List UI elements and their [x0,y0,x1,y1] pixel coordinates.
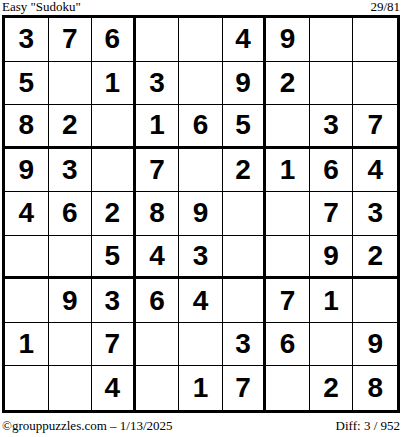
cell-r7c1[interactable] [5,279,49,323]
cell-r5c1[interactable]: 4 [5,192,49,236]
cell-r1c6[interactable]: 4 [223,18,267,62]
cell-r8c9[interactable]: 9 [353,323,397,367]
cell-r9c3[interactable]: 4 [92,366,136,410]
cell-r5c4[interactable]: 8 [136,192,180,236]
cell-r4c3[interactable] [92,149,136,193]
cell-r4c5[interactable] [179,149,223,193]
cell-r3c6[interactable]: 5 [223,105,267,149]
cell-r6c5[interactable]: 3 [179,236,223,280]
cell-r4c6[interactable]: 2 [223,149,267,193]
cell-r1c1[interactable]: 3 [5,18,49,62]
cell-r2c6[interactable]: 9 [223,62,267,106]
puzzle-title: Easy "Sudoku" [2,0,81,14]
cell-r6c2[interactable] [49,236,93,280]
cell-r5c9[interactable]: 3 [353,192,397,236]
cell-r5c6[interactable] [223,192,267,236]
cell-r1c8[interactable] [310,18,354,62]
cell-r4c1[interactable]: 9 [5,149,49,193]
cell-r2c7[interactable]: 2 [266,62,310,106]
cell-r7c5[interactable]: 4 [179,279,223,323]
footer: ©grouppuzzles.com – 1/13/2025 Diff: 3 / … [2,418,400,433]
empty-cell-counter: 29/81 [370,0,400,14]
cell-r3c5[interactable]: 6 [179,105,223,149]
cell-r9c7[interactable] [266,366,310,410]
cell-r8c6[interactable]: 3 [223,323,267,367]
cell-r2c3[interactable]: 1 [92,62,136,106]
cell-r7c8[interactable]: 1 [310,279,354,323]
cell-r2c9[interactable] [353,62,397,106]
cell-r8c3[interactable]: 7 [92,323,136,367]
cell-r5c2[interactable]: 6 [49,192,93,236]
cell-r6c8[interactable]: 9 [310,236,354,280]
cell-r6c7[interactable] [266,236,310,280]
page: Easy "Sudoku" 29/81 37649513928216537937… [0,0,402,437]
cell-r2c4[interactable]: 3 [136,62,180,106]
cell-r7c6[interactable] [223,279,267,323]
sudoku-board: 3764951392821653793721644628973543929364… [2,15,400,413]
cell-r3c3[interactable] [92,105,136,149]
cell-r9c2[interactable] [49,366,93,410]
cell-r9c5[interactable]: 1 [179,366,223,410]
cell-r9c8[interactable]: 2 [310,366,354,410]
cell-r7c7[interactable]: 7 [266,279,310,323]
cell-r6c3[interactable]: 5 [92,236,136,280]
cell-r6c6[interactable] [223,236,267,280]
cell-r4c4[interactable]: 7 [136,149,180,193]
cell-r2c1[interactable]: 5 [5,62,49,106]
cell-r2c2[interactable] [49,62,93,106]
cell-r5c5[interactable]: 9 [179,192,223,236]
cell-r3c4[interactable]: 1 [136,105,180,149]
cell-r8c4[interactable] [136,323,180,367]
cell-r1c5[interactable] [179,18,223,62]
cell-r4c8[interactable]: 6 [310,149,354,193]
cell-r6c9[interactable]: 2 [353,236,397,280]
cell-r8c5[interactable] [179,323,223,367]
cell-r9c6[interactable]: 7 [223,366,267,410]
cell-r1c4[interactable] [136,18,180,62]
cell-r8c2[interactable] [49,323,93,367]
cell-r8c7[interactable]: 6 [266,323,310,367]
cell-r1c9[interactable] [353,18,397,62]
cell-r9c9[interactable]: 8 [353,366,397,410]
copyright-text: ©grouppuzzles.com – 1/13/2025 [2,418,173,433]
cell-r4c9[interactable]: 4 [353,149,397,193]
cell-r3c2[interactable]: 2 [49,105,93,149]
cell-r1c7[interactable]: 9 [266,18,310,62]
cell-r5c3[interactable]: 2 [92,192,136,236]
cell-r8c1[interactable]: 1 [5,323,49,367]
cell-r7c4[interactable]: 6 [136,279,180,323]
cell-r3c8[interactable]: 3 [310,105,354,149]
cell-r9c1[interactable] [5,366,49,410]
cell-r2c5[interactable] [179,62,223,106]
cell-r6c1[interactable] [5,236,49,280]
cell-r4c7[interactable]: 1 [266,149,310,193]
cell-r4c2[interactable]: 3 [49,149,93,193]
cell-r5c7[interactable] [266,192,310,236]
difficulty-text: Diff: 3 / 952 [336,418,400,433]
cell-r1c2[interactable]: 7 [49,18,93,62]
cell-r3c9[interactable]: 7 [353,105,397,149]
cell-r3c7[interactable] [266,105,310,149]
cell-r9c4[interactable] [136,366,180,410]
cell-r1c3[interactable]: 6 [92,18,136,62]
cell-r7c2[interactable]: 9 [49,279,93,323]
cell-r2c8[interactable] [310,62,354,106]
cell-r7c3[interactable]: 3 [92,279,136,323]
cell-r6c4[interactable]: 4 [136,236,180,280]
cell-r8c8[interactable] [310,323,354,367]
header: Easy "Sudoku" 29/81 [2,0,400,14]
cell-r7c9[interactable] [353,279,397,323]
cell-r3c1[interactable]: 8 [5,105,49,149]
cell-r5c8[interactable]: 7 [310,192,354,236]
